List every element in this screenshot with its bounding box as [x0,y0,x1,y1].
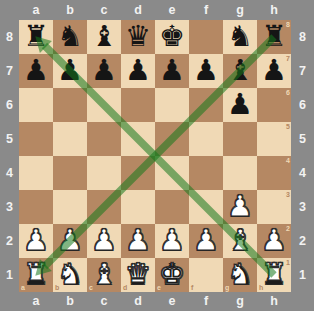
square-c5[interactable] [87,122,121,156]
piece-bP-f7[interactable]: ♟ [189,54,223,88]
piece-wQ-d1[interactable]: ♛ [121,258,155,292]
rank-label-left-5: 5 [0,122,19,156]
piece-bR-a8[interactable]: ♜ [19,20,53,54]
piece-bR-h8[interactable]: ♜ [257,20,291,54]
rank-label-right-1: 1 [291,258,314,292]
rank-label-left-4: 4 [0,156,19,190]
square-g3[interactable]: ♟ [223,190,257,224]
piece-wN-g1[interactable]: ♞ [223,258,257,292]
piece-wB-g2[interactable]: ♝ [223,224,257,258]
square-e2[interactable]: ♟ [155,224,189,258]
square-d4[interactable] [121,156,155,190]
file-label-top-e: e [155,0,189,20]
square-h8[interactable]: ♜8 [257,20,291,54]
inner-rank-coord-6: 6 [286,89,290,96]
square-f7[interactable]: ♟ [189,54,223,88]
piece-bP-e7[interactable]: ♟ [155,54,189,88]
square-b8[interactable]: ♞ [53,20,87,54]
square-a5[interactable] [19,122,53,156]
piece-wP-b2[interactable]: ♟ [53,224,87,258]
piece-bP-c7[interactable]: ♟ [87,54,121,88]
file-label-top-f: f [189,0,223,20]
piece-wK-e1[interactable]: ♚ [155,258,189,292]
file-label-top-d: d [121,0,155,20]
rank-label-left-7: 7 [0,54,19,88]
piece-wR-h1[interactable]: ♜ [257,258,291,292]
square-a4[interactable] [19,156,53,190]
piece-bP-g6[interactable]: ♟ [223,88,257,122]
rank-label-left-6: 6 [0,88,19,122]
square-c1[interactable]: ♝c [87,258,121,292]
piece-bP-b7[interactable]: ♟ [53,54,87,88]
square-e8[interactable]: ♚ [155,20,189,54]
rank-label-right-2: 2 [291,224,314,258]
square-g6[interactable]: ♟ [223,88,257,122]
piece-wP-h2[interactable]: ♟ [257,224,291,258]
square-a6[interactable] [19,88,53,122]
square-h1[interactable]: ♜1h [257,258,291,292]
file-label-bottom-h: h [257,292,291,311]
square-e4[interactable] [155,156,189,190]
square-f4[interactable] [189,156,223,190]
file-label-bottom-b: b [53,292,87,311]
rank-label-left-2: 2 [0,224,19,258]
square-d3[interactable] [121,190,155,224]
square-d1[interactable]: ♛d [121,258,155,292]
rank-label-left-1: 1 [0,258,19,292]
square-a3[interactable] [19,190,53,224]
rank-label-left-3: 3 [0,190,19,224]
inner-rank-coord-4: 4 [286,157,290,164]
piece-bN-b8[interactable]: ♞ [53,20,87,54]
piece-bN-g8[interactable]: ♞ [223,20,257,54]
file-label-top-a: a [19,0,53,20]
piece-wP-d2[interactable]: ♟ [121,224,155,258]
square-d6[interactable] [121,88,155,122]
square-h5[interactable]: 5 [257,122,291,156]
square-b4[interactable] [53,156,87,190]
square-h2[interactable]: ♟2 [257,224,291,258]
file-label-bottom-e: e [155,292,189,311]
piece-bQ-d8[interactable]: ♛ [121,20,155,54]
file-label-bottom-c: c [87,292,121,311]
square-c2[interactable]: ♟ [87,224,121,258]
square-b5[interactable] [53,122,87,156]
square-g8[interactable]: ♞ [223,20,257,54]
square-d8[interactable]: ♛ [121,20,155,54]
piece-bP-d7[interactable]: ♟ [121,54,155,88]
square-b6[interactable] [53,88,87,122]
file-label-top-c: c [87,0,121,20]
square-h3[interactable]: 3 [257,190,291,224]
square-e3[interactable] [155,190,189,224]
square-f6[interactable] [189,88,223,122]
file-label-bottom-f: f [189,292,223,311]
piece-bB-g7[interactable]: ♝ [223,54,257,88]
square-e5[interactable] [155,122,189,156]
inner-file-coord-f: f [191,284,193,291]
square-d2[interactable]: ♟ [121,224,155,258]
square-f8[interactable] [189,20,223,54]
file-label-bottom-a: a [19,292,53,311]
square-c6[interactable] [87,88,121,122]
square-b2[interactable]: ♟ [53,224,87,258]
square-c7[interactable]: ♟ [87,54,121,88]
square-d7[interactable]: ♟ [121,54,155,88]
piece-wR-a1[interactable]: ♜ [19,258,53,292]
chess-board-widget: ♜♞♝♛♚♞♜8♟♟♟♟♟♟♝♟7♟654♟3♟♟♟♟♟♟♝♟2♜a♞b♝c♛d… [0,0,314,311]
piece-wP-c2[interactable]: ♟ [87,224,121,258]
square-g5[interactable] [223,122,257,156]
square-a8[interactable]: ♜ [19,20,53,54]
square-e7[interactable]: ♟ [155,54,189,88]
square-c3[interactable] [87,190,121,224]
piece-bP-a7[interactable]: ♟ [19,54,53,88]
square-g4[interactable] [223,156,257,190]
rank-label-left-8: 8 [0,20,19,54]
piece-bB-c8[interactable]: ♝ [87,20,121,54]
rank-label-right-8: 8 [291,20,314,54]
square-h4[interactable]: 4 [257,156,291,190]
square-g1[interactable]: ♞g [223,258,257,292]
square-f1[interactable]: f [189,258,223,292]
file-label-top-b: b [53,0,87,20]
inner-rank-coord-3: 3 [286,191,290,198]
square-h6[interactable]: 6 [257,88,291,122]
square-d5[interactable] [121,122,155,156]
rank-label-right-5: 5 [291,122,314,156]
rank-label-right-6: 6 [291,88,314,122]
file-label-bottom-g: g [223,292,257,311]
piece-wP-a2[interactable]: ♟ [19,224,53,258]
square-a7[interactable]: ♟ [19,54,53,88]
rank-label-right-4: 4 [291,156,314,190]
chess-board: ♜♞♝♛♚♞♜8♟♟♟♟♟♟♝♟7♟654♟3♟♟♟♟♟♟♝♟2♜a♞b♝c♛d… [19,20,291,292]
piece-wN-b1[interactable]: ♞ [53,258,87,292]
file-label-bottom-d: d [121,292,155,311]
rank-label-right-3: 3 [291,190,314,224]
file-label-top-g: g [223,0,257,20]
square-g7[interactable]: ♝ [223,54,257,88]
square-c4[interactable] [87,156,121,190]
square-c8[interactable]: ♝ [87,20,121,54]
square-a1[interactable]: ♜a [19,258,53,292]
file-label-top-h: h [257,0,291,20]
piece-wP-g3[interactable]: ♟ [223,190,257,224]
piece-bK-e8[interactable]: ♚ [155,20,189,54]
square-b3[interactable] [53,190,87,224]
square-e1[interactable]: ♚e [155,258,189,292]
inner-rank-coord-5: 5 [286,123,290,130]
piece-wB-c1[interactable]: ♝ [87,258,121,292]
rank-label-right-7: 7 [291,54,314,88]
square-a2[interactable]: ♟ [19,224,53,258]
square-h7[interactable]: ♟7 [257,54,291,88]
square-f5[interactable] [189,122,223,156]
square-b7[interactable]: ♟ [53,54,87,88]
square-g2[interactable]: ♝ [223,224,257,258]
piece-wP-e2[interactable]: ♟ [155,224,189,258]
square-f2[interactable]: ♟ [189,224,223,258]
piece-wP-f2[interactable]: ♟ [189,224,223,258]
square-e6[interactable] [155,88,189,122]
piece-bP-h7[interactable]: ♟ [257,54,291,88]
square-b1[interactable]: ♞b [53,258,87,292]
square-f3[interactable] [189,190,223,224]
